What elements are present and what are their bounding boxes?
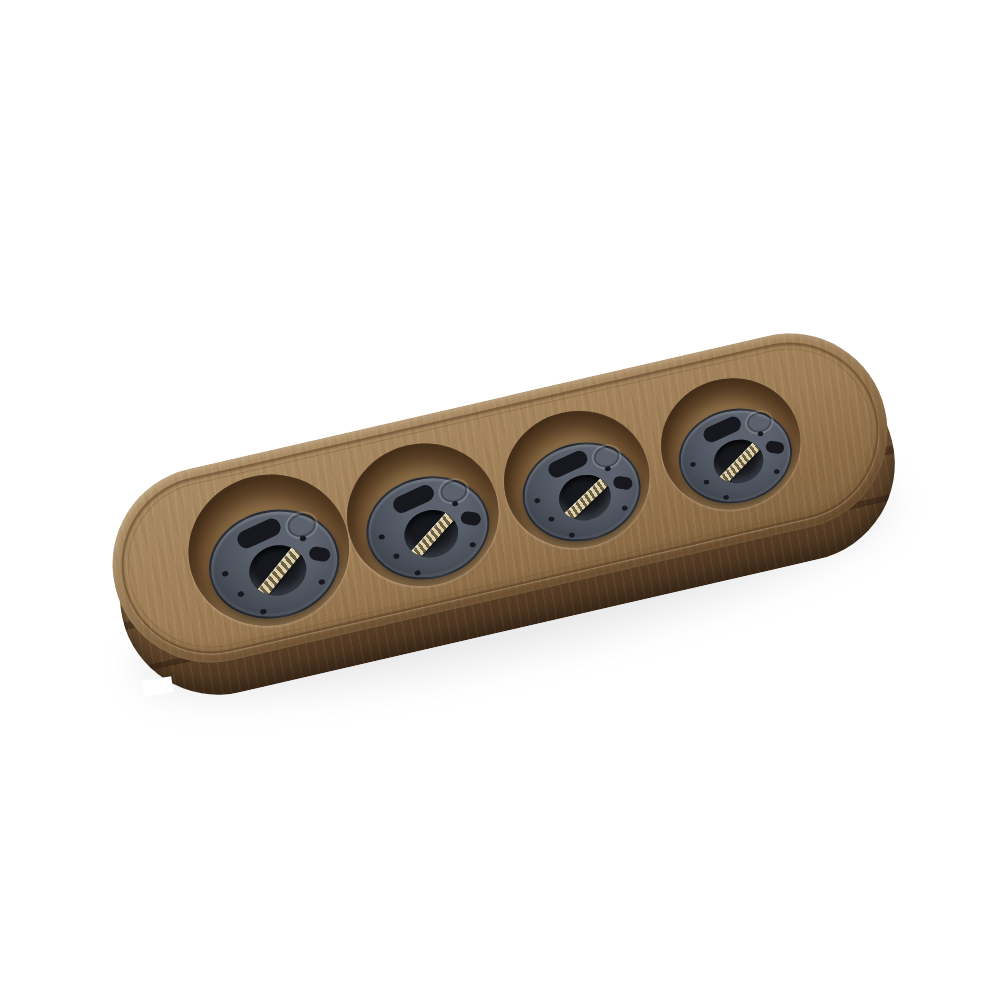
mounting-screw-icon (559, 474, 613, 525)
screw-hole-dot (318, 579, 325, 586)
screw-hole-dot (414, 570, 421, 576)
screw-hole-dot (378, 534, 385, 540)
mounting-screw-icon (251, 542, 305, 601)
center-hole (709, 435, 767, 488)
socket-recess (333, 429, 513, 601)
screw-hole-dot (689, 462, 695, 468)
screw-hole-dot (604, 466, 611, 472)
center-hole (554, 470, 615, 526)
socket-recess (173, 459, 364, 642)
screw-hole-dot (548, 516, 555, 522)
mounting-screw-icon (405, 508, 458, 563)
plate-slot-right (612, 475, 633, 490)
center-hole (400, 505, 463, 563)
plate-slot-right (460, 511, 482, 527)
screw-hole-dot (470, 542, 477, 548)
socket-recess (648, 365, 814, 524)
screw-hole-dot (393, 553, 400, 559)
screw-hole-dot (774, 469, 780, 475)
screw-hole-dot (534, 498, 541, 504)
center-hole (244, 540, 311, 601)
socket-recess (490, 397, 663, 563)
mounting-screw-icon (714, 439, 764, 489)
screw-hole-dot (452, 501, 459, 507)
screw-hole-dot (221, 571, 228, 578)
screw-hole-dot (723, 495, 729, 501)
wooden-four-gang-frame (93, 314, 907, 682)
screw-hole-dot (260, 609, 267, 616)
screw-hole-dot (569, 532, 576, 538)
screw-hole-dot (622, 506, 629, 512)
screw-hole-dot (757, 431, 763, 437)
plate-slot-right (308, 546, 331, 563)
screw-hole-dot (299, 536, 306, 543)
plate-slot-right (765, 440, 785, 455)
product-photo-scene (0, 0, 1000, 1000)
screw-hole-dot (704, 479, 710, 485)
screw-hole-dot (237, 590, 244, 597)
